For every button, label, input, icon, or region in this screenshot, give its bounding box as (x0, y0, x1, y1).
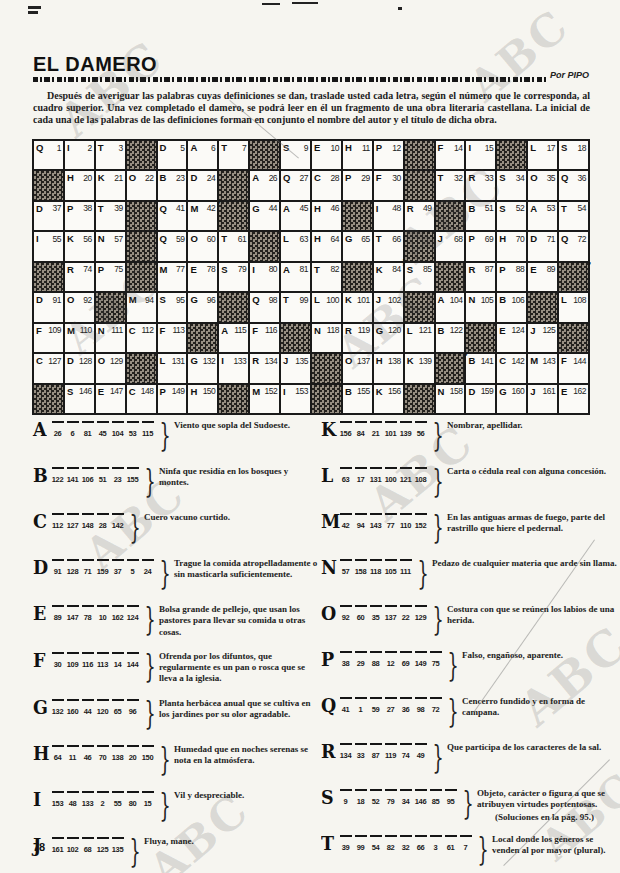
cell-number: 61 (238, 234, 246, 244)
cell-number: 159 (481, 386, 494, 396)
dash-cell-number: 122 (52, 475, 64, 484)
dash-number: 108 (415, 467, 427, 484)
dash-number: 74 (400, 743, 412, 760)
grid-cell: Q72, (559, 232, 590, 262)
dash (400, 835, 412, 843)
byline: Por PIPO (550, 70, 589, 80)
grid-cell: T82 (312, 263, 343, 293)
dash-cell-number: 29 (357, 659, 365, 668)
dash-number: 61 (445, 835, 457, 852)
grid-cell: K139 (405, 354, 436, 384)
grid-cell: O92 (65, 293, 96, 323)
grid-cell: E10 (312, 141, 343, 171)
cell-number: 6 (211, 143, 215, 153)
definition-K: K156842110113956}Nombrar, apellidar. (321, 420, 617, 453)
dash-number: 152 (415, 513, 427, 530)
dash (127, 699, 139, 707)
cell-number: 69 (485, 234, 493, 244)
definition-dashes: 9185279341468595 (338, 789, 458, 806)
dash-number: 89 (52, 605, 64, 622)
cell-number: 37 (52, 203, 60, 213)
cell-letter: Q (561, 172, 568, 183)
cell-number: 2 (88, 143, 92, 153)
brace-icon: } (432, 463, 443, 499)
dash-number: 149 (415, 651, 427, 668)
dash-cell-number: 95 (447, 797, 455, 806)
cell-number: 89 (547, 264, 555, 274)
cell-number: 98 (269, 295, 277, 305)
cell-number: 135 (295, 356, 308, 366)
brace-icon: } (432, 509, 443, 545)
dash (370, 421, 382, 429)
cell-letter: O (345, 355, 352, 366)
dash-number: 143 (370, 513, 382, 530)
cell-number: 41 (176, 203, 184, 213)
definition-dashes: 1221411065123155 (50, 467, 140, 484)
definition-letter: O (321, 604, 337, 623)
grid-cell: Q98 (250, 293, 281, 323)
definition-clue: Trague la comida atropelladamente o sin … (174, 558, 319, 581)
dash (385, 651, 397, 659)
cell-number: 75 (114, 264, 122, 274)
cell-letter: F (376, 172, 382, 183)
dash (355, 605, 367, 613)
dash-number: 135 (112, 837, 124, 854)
cell-number: 116 (265, 325, 277, 335)
definition-dashes: 266814510453115 (50, 421, 155, 438)
dash-number: 94 (355, 513, 367, 530)
grid-cell-black (250, 141, 281, 171)
grid-cell: P12 (374, 141, 405, 171)
dash (67, 421, 79, 429)
cell-letter: G (499, 386, 506, 397)
dash-cell-number: 75 (432, 659, 440, 668)
dash (52, 791, 64, 799)
cell-number: 106 (512, 295, 525, 305)
definition-clue: Cuero vacuno curtido. (144, 512, 319, 523)
dash-number: 78 (82, 605, 94, 622)
definition-dashes: 6411467013820150 (50, 745, 155, 762)
cell-letter: D (36, 203, 43, 214)
dash-cell-number: 21 (372, 429, 380, 438)
cell-letter: A (530, 203, 537, 214)
dash-cell-number: 59 (372, 705, 380, 714)
dash-number: 101 (385, 421, 397, 438)
cell-letter: I (376, 203, 379, 214)
dash-cell-number: 156 (340, 429, 352, 438)
definition-letter: F (33, 651, 49, 670)
cell-number: 96 (207, 295, 215, 305)
dash-cell-number: 17 (357, 475, 365, 484)
cell-letter: M (530, 355, 538, 366)
brace-icon: } (462, 785, 473, 821)
dash-number: 148 (82, 513, 94, 530)
dash-number: 118 (370, 559, 382, 576)
brace-icon: } (129, 833, 140, 869)
definition-D: D911287115937524}Trague la comida atrope… (33, 558, 319, 591)
grid-cell: S146 (65, 385, 96, 415)
grid-cell-black (343, 202, 374, 232)
grid-cell: O129 (96, 354, 127, 384)
definition-dashes: 11212714828142 (50, 513, 125, 530)
brace-icon: } (129, 509, 140, 545)
grid-cell: M42 (188, 202, 219, 232)
definition-letter: K (321, 420, 337, 439)
cell-number: 56 (83, 234, 91, 244)
cell-number: 63 (300, 234, 308, 244)
cell-letter: T (221, 142, 227, 153)
dash-number: 10 (97, 605, 109, 622)
dash-number: 36 (400, 697, 412, 714)
grid-cell: D37 (34, 202, 65, 232)
cell-number: 26 (269, 173, 277, 183)
dash (340, 559, 352, 567)
grid-cell: D91 (34, 293, 65, 323)
cell-letter: Q (160, 233, 167, 244)
cell-letter: P (98, 264, 104, 275)
grid-cell: S34 (497, 171, 528, 201)
cell-number: 21 (114, 173, 122, 183)
cell-number: 74 (83, 264, 91, 274)
cell-number: 152 (264, 386, 277, 396)
cell-punctuation: , (218, 193, 221, 205)
definition-clue: Planta herbácea anual que se cultiva en … (159, 698, 319, 721)
dash-cell-number: 100 (385, 475, 397, 484)
definition-dashes: 429414377110152 (338, 513, 428, 530)
cell-letter: E (190, 264, 196, 275)
grid-cell: C28 (312, 171, 343, 201)
dash (67, 559, 79, 567)
dash (340, 513, 352, 521)
cell-number: 49 (423, 203, 431, 213)
dash (340, 651, 352, 659)
cell-number: 59 (176, 234, 184, 244)
dash (82, 421, 94, 429)
dash (340, 789, 352, 797)
cell-letter: L (530, 142, 536, 153)
cell-number: 36 (578, 173, 586, 183)
dash-cell-number: 69 (402, 659, 410, 668)
dash-cell-number: 112 (52, 521, 63, 530)
definition-clue: Que participa de los caracteres de la sa… (447, 742, 617, 753)
dash (385, 421, 397, 429)
dash-number: 63 (340, 467, 352, 484)
definition-dashes: 57158118105111 (338, 559, 413, 576)
grid-cell: I55 (34, 232, 65, 262)
cell-number: 44 (269, 203, 277, 213)
definition-dashes: 6317131100121108 (338, 467, 428, 484)
grid-cell: A115 (219, 324, 250, 354)
cell-number: 128 (79, 356, 92, 366)
brace-icon: } (144, 648, 155, 684)
cell-number: 60 (207, 234, 215, 244)
dash (355, 789, 367, 797)
dash (112, 513, 124, 521)
cell-letter: E (499, 325, 505, 336)
cell-letter: J (530, 386, 535, 397)
dash (52, 699, 64, 707)
cell-letter: P (160, 386, 166, 397)
definition-letter: L (321, 466, 337, 485)
cell-number: 7 (242, 143, 246, 153)
dash (127, 791, 139, 799)
dash-number: 3 (430, 835, 442, 852)
dash (430, 835, 442, 843)
dash-cell-number: 139 (400, 429, 412, 438)
grid-cell: G96 (188, 293, 219, 323)
dash-cell-number: 20 (129, 753, 137, 762)
grid-cell: A53 (528, 202, 559, 232)
dash (400, 743, 412, 751)
cell-number: 39 (114, 203, 122, 213)
dash (142, 791, 154, 799)
grid-cell: M152 (250, 385, 281, 415)
definition-clue: Nombrar, apellidar. (447, 420, 617, 431)
cell-number: 1 (57, 143, 61, 153)
dash (400, 467, 412, 475)
dash-cell-number: 74 (402, 751, 410, 760)
cell-letter: P (345, 172, 351, 183)
cell-number: 100 (326, 295, 339, 305)
cell-letter: F (252, 325, 258, 336)
dash (52, 559, 64, 567)
dash-cell-number: 68 (84, 845, 92, 854)
cell-letter: H (314, 233, 321, 244)
dash-number: 82 (385, 835, 397, 852)
dash (385, 743, 397, 751)
dash-cell-number: 159 (97, 567, 109, 576)
dash-number: 17 (355, 467, 367, 484)
cell-number: 55 (52, 234, 60, 244)
cell-letter: E (530, 264, 536, 275)
grid-cell: A104 (436, 293, 467, 323)
cell-number: 118 (327, 325, 339, 335)
grid-cell-black (188, 324, 219, 354)
dash-number: 134 (340, 743, 352, 760)
grid-cell: H46 (312, 202, 343, 232)
dash (82, 699, 94, 707)
dash (370, 559, 382, 567)
dash (82, 467, 94, 475)
cell-number: 115 (234, 325, 246, 335)
dash-cell-number: 149 (415, 659, 427, 668)
dash (52, 513, 64, 521)
dash-cell-number: 143 (370, 521, 382, 530)
grid-cell: G44 (250, 202, 281, 232)
cell-letter: N (438, 386, 445, 397)
grid-cell: G65 (343, 232, 374, 262)
cell-number: 12 (392, 143, 400, 153)
cell-letter: S (407, 264, 413, 275)
dash-number: 52 (370, 789, 382, 806)
dash-number: 2 (97, 791, 109, 808)
cell-number: 10 (330, 143, 338, 153)
dash-cell-number: 11 (69, 753, 76, 762)
dash-number: 7 (460, 835, 472, 852)
grid-cell: T7 (219, 141, 250, 171)
grid-cell: F144 (559, 354, 590, 384)
cell-number: 35 (547, 173, 555, 183)
dash-cell-number: 66 (417, 843, 425, 852)
dash-cell-number: 53 (129, 429, 137, 438)
grid-cell: E162 (559, 385, 590, 415)
cell-letter: L (283, 233, 289, 244)
brace-icon: } (432, 601, 443, 637)
definition-clue: Cencerro fundido y en forma de campana. (462, 696, 617, 719)
grid-cell: P75 (96, 263, 127, 293)
grid-cell-black (312, 385, 343, 415)
dash-number: 11 (67, 745, 79, 762)
dash (355, 743, 367, 751)
dash-cell-number: 81 (84, 429, 92, 438)
cell-letter: C (36, 355, 43, 366)
cell-number: 141 (481, 356, 494, 366)
dash-number: 133 (82, 791, 94, 808)
definition-O: O92603513722129}Costura con que se reúne… (321, 604, 617, 637)
grid-cell-black (219, 385, 250, 415)
grid-cell: T66; (374, 232, 405, 262)
dash (400, 697, 412, 705)
dash-cell-number: 109 (67, 660, 79, 669)
dash-number: 41 (340, 697, 352, 714)
dash-cell-number: 18 (357, 797, 365, 806)
dash-number: 70 (97, 745, 109, 762)
dash-number: 85 (430, 789, 442, 806)
dash (370, 743, 382, 751)
cell-number: 82 (330, 264, 338, 274)
grid-cell: H64 (312, 232, 343, 262)
grid-cell-black (219, 202, 250, 232)
dash-number: 115 (142, 421, 154, 438)
dash (142, 559, 154, 567)
dash (127, 605, 139, 613)
grid-cell: K156 (374, 385, 405, 415)
dash-cell-number: 105 (385, 567, 397, 576)
grid-cell: B106 (497, 293, 528, 323)
dash-number: 21 (370, 421, 382, 438)
brace-icon: } (159, 417, 170, 453)
dash-cell-number: 45 (99, 429, 107, 438)
definition-dashes: 3999548232663617 (338, 835, 473, 852)
cell-letter: T (221, 233, 227, 244)
cell-number: 149 (172, 386, 185, 396)
grid-cell: J135 (281, 354, 312, 384)
dash-cell-number: 98 (417, 705, 425, 714)
scan-artifact (398, 7, 402, 10)
grid-cell-black (34, 263, 65, 293)
brace-icon: } (159, 555, 170, 591)
cell-letter: N (468, 294, 475, 305)
dash-number: 160 (67, 699, 79, 716)
dash (415, 421, 427, 429)
definition-letter: J (33, 836, 49, 855)
cell-letter: E (561, 386, 567, 397)
dash-cell-number: 118 (370, 567, 381, 576)
definition-dashes: 13433871197449 (338, 743, 428, 760)
dash-number: 59 (370, 697, 382, 714)
cell-number: 53 (547, 203, 555, 213)
grid-cell: F113 (158, 324, 189, 354)
dash-cell-number: 61 (447, 843, 455, 852)
cell-number: 124 (512, 325, 525, 335)
dash-number: 129 (415, 605, 427, 622)
cell-letter: K (407, 355, 414, 366)
dash-number: 1 (355, 697, 367, 714)
dash-cell-number: 71 (84, 567, 92, 576)
definition-clue: Local donde los géneros se venden al por… (492, 834, 617, 857)
dash-cell-number: 96 (129, 707, 137, 716)
grid-cell-black (127, 263, 158, 293)
dash-number: 111 (400, 559, 412, 576)
cell-letter: H (67, 172, 74, 183)
grid-cell: D5 (158, 141, 189, 171)
definition-G: G132160441206596}Planta herbácea anual q… (33, 698, 319, 731)
brace-icon: } (447, 647, 458, 683)
cell-letter: Q (561, 233, 568, 244)
dash-cell-number: 23 (114, 475, 122, 484)
cell-number: 102 (388, 295, 401, 305)
dash (67, 467, 79, 475)
definition-E: E891477810162124}Bolsa grande de pellejo… (33, 604, 319, 638)
grid-cell: H20 (65, 171, 96, 201)
dash (355, 651, 367, 659)
definition-letter: D (33, 558, 49, 577)
dash (415, 651, 427, 659)
dash-number: 57 (340, 559, 352, 576)
dash (445, 835, 457, 843)
grid-cell: K21 (96, 171, 127, 201)
cell-letter: Q (283, 172, 290, 183)
dash (340, 697, 352, 705)
dash (340, 467, 352, 475)
cell-letter: O (129, 172, 136, 183)
dash-number: 153 (52, 791, 64, 808)
dash (82, 513, 94, 521)
definition-letter: H (33, 744, 49, 763)
cell-letter: R (468, 264, 475, 275)
grid-cell: E89 (528, 263, 559, 293)
cell-number: 104 (450, 295, 463, 305)
grid-cell: O35 (528, 171, 559, 201)
grid-cell: J125 (528, 324, 559, 354)
grid-cell-black (405, 232, 436, 262)
cell-letter: F (561, 355, 567, 366)
dash-cell-number: 37 (114, 567, 122, 576)
definition-Q: Q4115927369872}Cencerro fundido y en for… (321, 696, 617, 729)
dash (52, 467, 64, 475)
cell-number: 119 (358, 325, 370, 335)
dash (370, 651, 382, 659)
dash (127, 745, 139, 753)
cell-letter: J (283, 355, 288, 366)
dash (97, 652, 109, 660)
dash-cell-number: 3 (434, 843, 438, 852)
brace-icon: } (144, 601, 155, 637)
dash (67, 791, 79, 799)
dash-cell-number: 121 (400, 475, 412, 484)
cell-number: 68 (454, 234, 462, 244)
definition-dashes: 16110268125135 (50, 837, 125, 854)
dash-number: 122 (52, 467, 64, 484)
scan-artifact (262, 3, 280, 5)
dash (82, 605, 94, 613)
grid-cell-black (436, 263, 467, 293)
cell-number: 81 (300, 264, 308, 274)
dash-cell-number: 142 (112, 521, 124, 530)
dash (430, 651, 442, 659)
cell-letter: B (468, 355, 475, 366)
grid-cell: Q1 (34, 141, 65, 171)
